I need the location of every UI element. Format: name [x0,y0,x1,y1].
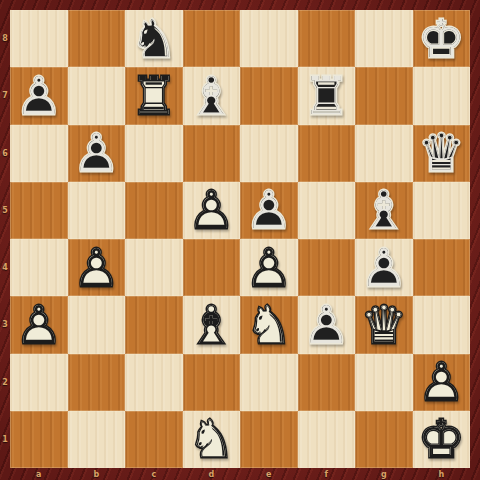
square-d3[interactable]: ♝♝♗ [183,296,241,353]
square-g5[interactable]: ♝♝♗ [355,182,413,239]
black-queen-glyph: ♕ [413,125,471,182]
white-rook-glyph: ♖ [125,67,183,124]
square-d1[interactable]: ♞♞♘ [183,411,241,468]
rank-label-8: 8 [0,10,10,67]
square-c7[interactable]: ♜♜♖ [125,67,183,124]
square-c3[interactable] [125,296,183,353]
rank-label-6: 6 [0,125,10,182]
white-pawn-glyph: ♙ [240,239,298,296]
white-king-glyph: ♔ [413,411,471,468]
rank-label-2: 2 [0,354,10,411]
white-queen-g3[interactable]: ♛♛♕ [355,296,413,353]
white-bishop-glyph: ♗ [183,296,241,353]
square-d6[interactable] [183,125,241,182]
file-label-d: d [183,468,241,480]
square-g7[interactable] [355,67,413,124]
file-label-h: h [413,468,471,480]
square-g8[interactable] [355,10,413,67]
white-queen-glyph: ♕ [355,296,413,353]
board-frame: ♞♞♘♚♚♔♟♟♙♜♜♖♝♝♗♜♜♖♟♟♙♛♛♕♟♟♙♟♟♙♝♝♗♟♟♙♟♟♙♟… [0,0,480,480]
square-e3[interactable]: ♞♞♘ [240,296,298,353]
black-pawn-b6[interactable]: ♟♟♙ [68,125,126,182]
square-a1[interactable] [10,411,68,468]
square-h7[interactable] [413,67,471,124]
black-bishop-glyph: ♗ [183,67,241,124]
black-rook-glyph: ♖ [298,67,356,124]
square-f3[interactable]: ♟♟♙ [298,296,356,353]
square-h4[interactable] [413,239,471,296]
square-f6[interactable] [298,125,356,182]
square-c8[interactable]: ♞♞♘ [125,10,183,67]
square-b2[interactable] [68,354,126,411]
rank-label-1: 1 [0,411,10,468]
black-king-glyph: ♔ [413,10,471,67]
black-bishop-d7[interactable]: ♝♝♗ [183,67,241,124]
square-e8[interactable] [240,10,298,67]
square-f5[interactable] [298,182,356,239]
square-d8[interactable] [183,10,241,67]
file-label-c: c [125,468,183,480]
square-g3[interactable]: ♛♛♕ [355,296,413,353]
square-e4[interactable]: ♟♟♙ [240,239,298,296]
white-pawn-a3[interactable]: ♟♟♙ [10,296,68,353]
black-pawn-glyph: ♙ [355,239,413,296]
square-g2[interactable] [355,354,413,411]
black-pawn-f3[interactable]: ♟♟♙ [298,296,356,353]
square-h5[interactable] [413,182,471,239]
square-a4[interactable] [10,239,68,296]
square-b4[interactable]: ♟♟♙ [68,239,126,296]
square-d7[interactable]: ♝♝♗ [183,67,241,124]
square-e5[interactable]: ♟♟♙ [240,182,298,239]
black-rook-f7[interactable]: ♜♜♖ [298,67,356,124]
white-knight-glyph: ♘ [183,411,241,468]
white-pawn-glyph: ♙ [68,239,126,296]
square-c5[interactable] [125,182,183,239]
black-king-h8[interactable]: ♚♚♔ [413,10,471,67]
white-knight-d1[interactable]: ♞♞♘ [183,411,241,468]
square-e1[interactable] [240,411,298,468]
square-d5[interactable]: ♟♟♙ [183,182,241,239]
square-a6[interactable] [10,125,68,182]
square-e7[interactable] [240,67,298,124]
square-f4[interactable] [298,239,356,296]
square-b7[interactable] [68,67,126,124]
square-h6[interactable]: ♛♛♕ [413,125,471,182]
white-bishop-d3[interactable]: ♝♝♗ [183,296,241,353]
white-pawn-b4[interactable]: ♟♟♙ [68,239,126,296]
square-f7[interactable]: ♜♜♖ [298,67,356,124]
rank-label-4: 4 [0,239,10,296]
square-e2[interactable] [240,354,298,411]
black-pawn-glyph: ♙ [68,125,126,182]
white-pawn-h2[interactable]: ♟♟♙ [413,354,471,411]
black-pawn-glyph: ♙ [240,182,298,239]
black-pawn-glyph: ♙ [298,296,356,353]
file-label-e: e [240,468,298,480]
square-g1[interactable] [355,411,413,468]
square-b6[interactable]: ♟♟♙ [68,125,126,182]
rank-labels: 87654321 [0,10,10,468]
square-c2[interactable] [125,354,183,411]
square-f8[interactable] [298,10,356,67]
square-c1[interactable] [125,411,183,468]
file-label-g: g [355,468,413,480]
file-label-b: b [68,468,126,480]
chess-board: ♞♞♘♚♚♔♟♟♙♜♜♖♝♝♗♜♜♖♟♟♙♛♛♕♟♟♙♟♟♙♝♝♗♟♟♙♟♟♙♟… [10,10,470,468]
file-label-f: f [298,468,356,480]
rank-label-3: 3 [0,296,10,353]
black-bishop-g5[interactable]: ♝♝♗ [355,182,413,239]
square-b1[interactable] [68,411,126,468]
square-a8[interactable] [10,10,68,67]
black-queen-h6[interactable]: ♛♛♕ [413,125,471,182]
white-rook-c7[interactable]: ♜♜♖ [125,67,183,124]
white-king-h1[interactable]: ♚♚♔ [413,411,471,468]
white-pawn-glyph: ♙ [10,296,68,353]
black-pawn-e5[interactable]: ♟♟♙ [240,182,298,239]
square-c6[interactable] [125,125,183,182]
square-f1[interactable] [298,411,356,468]
square-a3[interactable]: ♟♟♙ [10,296,68,353]
square-c4[interactable] [125,239,183,296]
square-a7[interactable]: ♟♟♙ [10,67,68,124]
black-pawn-glyph: ♙ [10,67,68,124]
square-f2[interactable] [298,354,356,411]
file-label-a: a [10,468,68,480]
white-knight-e3[interactable]: ♞♞♘ [240,296,298,353]
black-knight-glyph: ♘ [125,10,183,67]
square-h2[interactable]: ♟♟♙ [413,354,471,411]
square-g6[interactable] [355,125,413,182]
black-pawn-a7[interactable]: ♟♟♙ [10,67,68,124]
square-b3[interactable] [68,296,126,353]
black-bishop-glyph: ♗ [355,182,413,239]
rank-label-7: 7 [0,67,10,124]
white-pawn-e4[interactable]: ♟♟♙ [240,239,298,296]
black-knight-c8[interactable]: ♞♞♘ [125,10,183,67]
file-labels: abcdefgh [10,468,470,480]
square-h8[interactable]: ♚♚♔ [413,10,471,67]
black-pawn-g4[interactable]: ♟♟♙ [355,239,413,296]
square-h1[interactable]: ♚♚♔ [413,411,471,468]
white-knight-glyph: ♘ [240,296,298,353]
square-h3[interactable] [413,296,471,353]
square-b8[interactable] [68,10,126,67]
white-pawn-glyph: ♙ [413,354,471,411]
square-a5[interactable] [10,182,68,239]
white-pawn-glyph: ♙ [183,182,241,239]
white-pawn-d5[interactable]: ♟♟♙ [183,182,241,239]
square-d2[interactable] [183,354,241,411]
square-d4[interactable] [183,239,241,296]
square-e6[interactable] [240,125,298,182]
rank-label-5: 5 [0,182,10,239]
square-g4[interactable]: ♟♟♙ [355,239,413,296]
square-b5[interactable] [68,182,126,239]
square-a2[interactable] [10,354,68,411]
